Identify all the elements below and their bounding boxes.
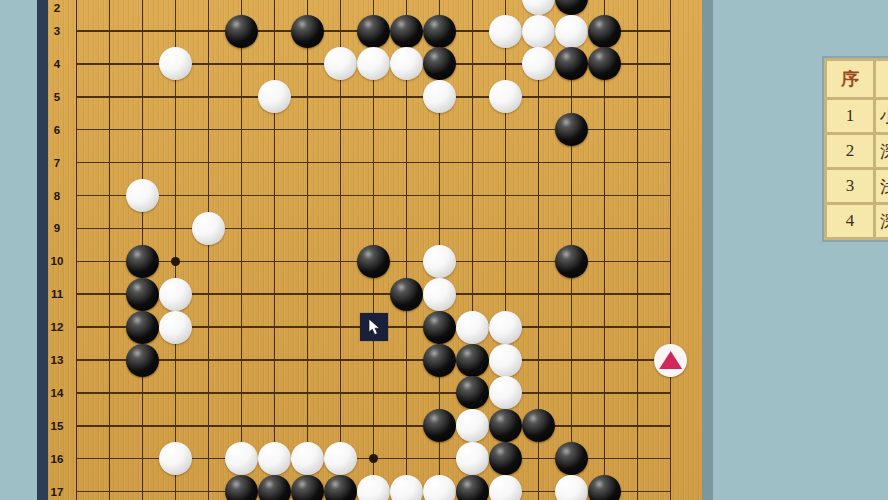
stone-black xyxy=(555,245,588,278)
table-header-second xyxy=(876,61,888,97)
table-row-text[interactable]: 小 xyxy=(876,100,888,132)
stone-black xyxy=(357,245,390,278)
board-grid-line-h xyxy=(76,425,672,427)
stone-black xyxy=(489,442,522,475)
row-label: 8 xyxy=(48,189,69,203)
triangle-marker xyxy=(654,344,687,377)
stone-white xyxy=(489,376,522,409)
board-right-edge xyxy=(702,0,713,500)
stone-white xyxy=(489,15,522,48)
board-grid-line-h xyxy=(76,162,672,164)
stone-white xyxy=(423,80,456,113)
board-grid-line-h xyxy=(76,228,672,230)
stone-black xyxy=(588,47,621,80)
stone-white xyxy=(522,47,555,80)
stone-black xyxy=(126,344,159,377)
row-label: 3 xyxy=(48,24,69,38)
stone-black xyxy=(588,475,621,500)
stone-black xyxy=(423,344,456,377)
stone-white xyxy=(390,475,423,500)
table-header-seq: 序 xyxy=(827,61,873,97)
stone-white xyxy=(456,409,489,442)
row-label: 14 xyxy=(48,386,69,400)
stone-black xyxy=(456,475,489,500)
stone-black xyxy=(126,278,159,311)
table-row-number[interactable]: 3 xyxy=(827,170,873,202)
board-grid-line-h xyxy=(76,96,672,98)
stone-white xyxy=(324,47,357,80)
stone-white xyxy=(357,475,390,500)
stone-black xyxy=(126,245,159,278)
stone-white xyxy=(522,15,555,48)
red-triangle-icon xyxy=(659,351,682,369)
table-row-number[interactable]: 1 xyxy=(827,100,873,132)
row-label: 17 xyxy=(48,485,69,499)
row-label: 12 xyxy=(48,320,69,334)
stone-black xyxy=(423,47,456,80)
left-margin xyxy=(0,0,37,500)
stone-white xyxy=(489,344,522,377)
row-label: 13 xyxy=(48,353,69,367)
star-point xyxy=(171,257,180,266)
row-label: 4 xyxy=(48,57,69,71)
stone-white xyxy=(126,179,159,212)
stone-white xyxy=(159,442,192,475)
stone-white xyxy=(324,442,357,475)
stone-white xyxy=(456,442,489,475)
stone-white xyxy=(555,475,588,500)
stone-black xyxy=(423,15,456,48)
table-row-text[interactable]: 深 xyxy=(876,205,888,237)
stone-black xyxy=(126,311,159,344)
stone-white xyxy=(390,47,423,80)
row-label: 10 xyxy=(48,254,69,268)
stone-white xyxy=(225,442,258,475)
row-label: 5 xyxy=(48,90,69,104)
move-table: 序 1小2深3浅4深 xyxy=(822,56,888,242)
stone-black xyxy=(225,15,258,48)
stone-black xyxy=(588,15,621,48)
stone-white xyxy=(423,278,456,311)
mouse-cursor-highlight xyxy=(360,313,388,341)
stone-black xyxy=(555,442,588,475)
stone-black xyxy=(291,15,324,48)
table-row-number[interactable]: 2 xyxy=(827,135,873,167)
stone-white xyxy=(423,475,456,500)
stone-white xyxy=(489,475,522,500)
stone-white xyxy=(456,311,489,344)
stone-black xyxy=(555,113,588,146)
row-label: 6 xyxy=(48,123,69,137)
stone-black xyxy=(489,409,522,442)
star-point xyxy=(369,454,378,463)
stone-white xyxy=(258,442,291,475)
stone-black xyxy=(423,311,456,344)
stone-white xyxy=(489,311,522,344)
stone-white xyxy=(522,0,555,15)
stone-black xyxy=(423,409,456,442)
row-label: 7 xyxy=(48,156,69,170)
stone-black xyxy=(258,475,291,500)
stone-white xyxy=(192,212,225,245)
stone-black xyxy=(225,475,258,500)
app-screen: 234567891011121314151617 序 1小2深3浅4深 xyxy=(0,0,888,500)
row-label: 9 xyxy=(48,221,69,235)
stone-black xyxy=(390,15,423,48)
board-grid-line-h xyxy=(76,392,672,394)
stone-white xyxy=(555,15,588,48)
stone-black xyxy=(456,376,489,409)
stone-black xyxy=(357,15,390,48)
stone-white xyxy=(258,80,291,113)
stone-white xyxy=(159,311,192,344)
stone-black xyxy=(324,475,357,500)
board-grid-line-h xyxy=(76,195,672,197)
row-label: 2 xyxy=(48,1,69,15)
left-divider-bar xyxy=(37,0,48,500)
row-label: 11 xyxy=(48,287,69,301)
row-label: 16 xyxy=(48,452,69,466)
table-row-text[interactable]: 深 xyxy=(876,135,888,167)
stone-white xyxy=(159,278,192,311)
stone-white xyxy=(159,47,192,80)
stone-black xyxy=(291,475,324,500)
go-board[interactable]: 234567891011121314151617 xyxy=(48,0,702,500)
stone-white xyxy=(489,80,522,113)
stone-black xyxy=(555,47,588,80)
table-row-number[interactable]: 4 xyxy=(827,205,873,237)
stone-white xyxy=(291,442,324,475)
row-label: 15 xyxy=(48,419,69,433)
stone-white xyxy=(357,47,390,80)
stone-white xyxy=(423,245,456,278)
stone-black xyxy=(390,278,423,311)
table-row-text[interactable]: 浅 xyxy=(876,170,888,202)
stone-black xyxy=(456,344,489,377)
board-grid-line-h xyxy=(76,359,672,361)
stone-black xyxy=(555,0,588,15)
cursor-arrow-icon xyxy=(368,318,381,337)
stone-black xyxy=(522,409,555,442)
